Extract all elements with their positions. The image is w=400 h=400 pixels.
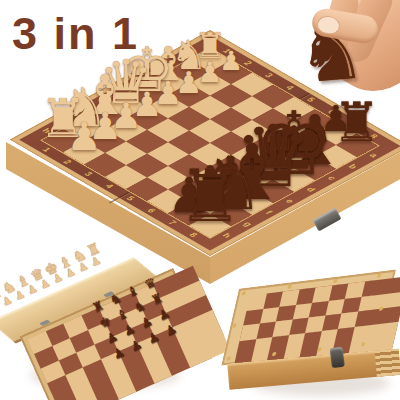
product-photo-canvas: 3 in 1 11aa22bb33cc44dd55ee66ff77gg88hh …: [0, 0, 400, 400]
product-title: 3 in 1: [12, 8, 139, 60]
hand: ♞: [0, 0, 400, 400]
